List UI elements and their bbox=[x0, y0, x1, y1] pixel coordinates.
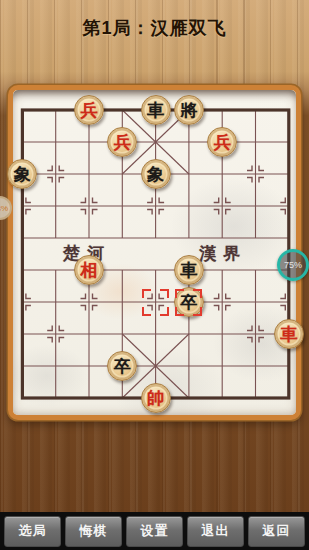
piece-black-soldier[interactable]: 卒 bbox=[174, 287, 204, 317]
bottom-toolbar: 选局 悔棋 设置 退出 返回 bbox=[0, 512, 309, 550]
last-move-from-marker bbox=[142, 289, 169, 316]
xiangqi-board[interactable]: 楚河 漢界 兵車將兵兵象象相車卒車卒帥 bbox=[13, 90, 296, 415]
piece-red-chariot[interactable]: 車 bbox=[274, 319, 304, 349]
select-game-button[interactable]: 选局 bbox=[4, 516, 61, 547]
settings-button[interactable]: 设置 bbox=[126, 516, 183, 547]
right-progress-badge[interactable]: 75% bbox=[277, 249, 309, 281]
piece-black-chariot[interactable]: 車 bbox=[174, 255, 204, 285]
piece-red-soldier[interactable]: 兵 bbox=[207, 127, 237, 157]
piece-red-elephant[interactable]: 相 bbox=[74, 255, 104, 285]
piece-red-soldier[interactable]: 兵 bbox=[74, 95, 104, 125]
exit-button[interactable]: 退出 bbox=[187, 516, 244, 547]
piece-black-elephant[interactable]: 象 bbox=[141, 159, 171, 189]
piece-black-soldier[interactable]: 卒 bbox=[107, 351, 137, 381]
app-screen: 第1局：汉雁双飞 楚河 漢界 兵車將兵兵象象相車卒車卒帥 78% 75% 选局 … bbox=[0, 0, 309, 550]
undo-move-button[interactable]: 悔棋 bbox=[65, 516, 122, 547]
piece-red-soldier[interactable]: 兵 bbox=[107, 127, 137, 157]
piece-black-elephant[interactable]: 象 bbox=[7, 159, 37, 189]
piece-red-general[interactable]: 帥 bbox=[141, 383, 171, 413]
page-title: 第1局：汉雁双飞 bbox=[0, 16, 309, 40]
back-button[interactable]: 返回 bbox=[248, 516, 305, 547]
board-frame: 楚河 漢界 兵車將兵兵象象相車卒車卒帥 bbox=[8, 85, 301, 420]
piece-grid: 兵車將兵兵象象相車卒車卒帥 bbox=[6, 94, 306, 414]
piece-black-general[interactable]: 將 bbox=[174, 95, 204, 125]
piece-black-chariot[interactable]: 車 bbox=[141, 95, 171, 125]
